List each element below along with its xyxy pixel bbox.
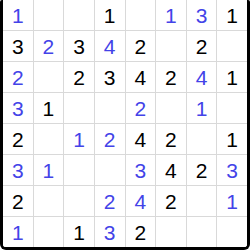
- cell-r8c3[interactable]: 1: [64, 217, 94, 247]
- cell-r4c3[interactable]: [64, 93, 94, 123]
- cell-r4c6[interactable]: [156, 93, 186, 123]
- cell-r5c2[interactable]: [34, 124, 64, 154]
- cell-r7c2[interactable]: [34, 186, 64, 216]
- cell-r1c3[interactable]: [64, 0, 94, 30]
- cell-r6c3[interactable]: [64, 155, 94, 185]
- cell-r6c5[interactable]: 3: [126, 155, 156, 185]
- cell-r2c7[interactable]: 2: [187, 31, 217, 61]
- cell-r4c1[interactable]: 3: [3, 93, 33, 123]
- cell-r1c4[interactable]: 1: [95, 0, 125, 30]
- cell-r1c1[interactable]: 1: [3, 0, 33, 30]
- cell-r2c1[interactable]: 3: [3, 31, 33, 61]
- cell-r6c6[interactable]: 4: [156, 155, 186, 185]
- cell-r4c5[interactable]: 2: [126, 93, 156, 123]
- cell-r8c6[interactable]: [156, 217, 186, 247]
- cell-r7c6[interactable]: 2: [156, 186, 186, 216]
- cell-r7c4[interactable]: 2: [95, 186, 125, 216]
- cell-r5c5[interactable]: 4: [126, 124, 156, 154]
- cell-r1c6[interactable]: 1: [156, 0, 186, 30]
- cell-r7c5[interactable]: 4: [126, 186, 156, 216]
- cell-r3c7[interactable]: 4: [187, 62, 217, 92]
- cell-r5c6[interactable]: 2: [156, 124, 186, 154]
- cell-r3c6[interactable]: 2: [156, 62, 186, 92]
- cell-r3c2[interactable]: [34, 62, 64, 92]
- cell-r7c1[interactable]: 2: [3, 186, 33, 216]
- cell-r3c5[interactable]: 4: [126, 62, 156, 92]
- cell-r2c6[interactable]: [156, 31, 186, 61]
- cell-r1c8[interactable]: 1: [217, 0, 247, 30]
- cell-r1c5[interactable]: [126, 0, 156, 30]
- cell-r8c2[interactable]: [34, 217, 64, 247]
- cell-r3c4[interactable]: 3: [95, 62, 125, 92]
- cell-r8c8[interactable]: [217, 217, 247, 247]
- cell-r2c3[interactable]: 3: [64, 31, 94, 61]
- puzzle-grid: 1113132342222342413121212421313423224211…: [3, 0, 247, 247]
- cell-r4c8[interactable]: [217, 93, 247, 123]
- cell-r6c1[interactable]: 3: [3, 155, 33, 185]
- cell-r6c8[interactable]: 3: [217, 155, 247, 185]
- cell-r8c1[interactable]: 1: [3, 217, 33, 247]
- cell-r6c4[interactable]: [95, 155, 125, 185]
- cell-r3c8[interactable]: 1: [217, 62, 247, 92]
- cell-r1c2[interactable]: [34, 0, 64, 30]
- cell-r2c8[interactable]: [217, 31, 247, 61]
- cell-r1c7[interactable]: 3: [187, 0, 217, 30]
- cell-r8c7[interactable]: [187, 217, 217, 247]
- cell-r5c4[interactable]: 2: [95, 124, 125, 154]
- cell-r7c8[interactable]: 1: [217, 186, 247, 216]
- cell-r3c1[interactable]: 2: [3, 62, 33, 92]
- cell-r8c5[interactable]: 2: [126, 217, 156, 247]
- cell-r5c8[interactable]: 1: [217, 124, 247, 154]
- cell-r4c2[interactable]: 1: [34, 93, 64, 123]
- cell-r4c7[interactable]: 1: [187, 93, 217, 123]
- cell-r2c4[interactable]: 4: [95, 31, 125, 61]
- cell-r2c5[interactable]: 2: [126, 31, 156, 61]
- cell-r5c1[interactable]: 2: [3, 124, 33, 154]
- cell-r6c7[interactable]: 2: [187, 155, 217, 185]
- cell-r7c3[interactable]: [64, 186, 94, 216]
- cell-r2c2[interactable]: 2: [34, 31, 64, 61]
- cell-r5c3[interactable]: 1: [64, 124, 94, 154]
- cell-r8c4[interactable]: 3: [95, 217, 125, 247]
- cell-r7c7[interactable]: [187, 186, 217, 216]
- cell-r6c2[interactable]: 1: [34, 155, 64, 185]
- cell-r3c3[interactable]: 2: [64, 62, 94, 92]
- puzzle-board: 1113132342222342413121212421313423224211…: [0, 0, 250, 250]
- cell-r5c7[interactable]: [187, 124, 217, 154]
- cell-r4c4[interactable]: [95, 93, 125, 123]
